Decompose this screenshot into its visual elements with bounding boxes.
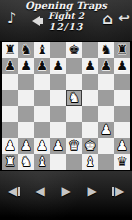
nav-triangle-glyph: ◀ [8,183,17,199]
square-a6[interactable] [2,74,18,90]
square-d2[interactable]: ♟ [50,138,66,154]
square-b1[interactable]: ♞ [18,154,34,170]
nav-step-back-button[interactable]: ◀ [32,183,49,199]
square-b2[interactable]: ♟ [18,138,34,154]
square-g8[interactable]: ♞ [98,42,114,58]
square-d7[interactable]: ♟ [50,58,66,74]
black-king[interactable]: ♚ [68,42,80,58]
square-c1[interactable]: ♝ [34,154,50,170]
white-bishop[interactable]: ♝ [84,154,96,170]
square-b7[interactable]: ♟ [18,58,34,74]
square-c3[interactable] [34,122,50,138]
square-h5[interactable] [114,90,130,106]
black-knight[interactable]: ♞ [20,42,32,58]
square-e1[interactable] [66,154,82,170]
square-f3[interactable] [82,122,98,138]
square-g1[interactable] [98,154,114,170]
square-c7[interactable]: ♟ [34,58,50,74]
square-c4[interactable] [34,106,50,122]
square-c5[interactable] [34,90,50,106]
nav-triangle-glyph: ▶ [87,183,96,199]
nav-triangle-glyph: ◀ [35,183,44,199]
square-d1[interactable] [50,154,66,170]
square-a5[interactable] [2,90,18,106]
square-d4[interactable] [50,106,66,122]
square-a7[interactable]: ♟ [2,58,18,74]
square-e4[interactable] [66,106,82,122]
chess-board: ♜♞♝♚♞♜♟♟♟♟♟♟♟♞♟♟♟♟♟♛♚♟♜♞♝♝♛ [0,41,132,171]
white-knight[interactable]: ♞ [20,154,32,170]
white-queen[interactable]: ♛ [68,138,80,154]
square-d6[interactable] [50,74,66,90]
black-rook[interactable]: ♜ [4,42,16,58]
black-pawn[interactable]: ♟ [20,58,32,74]
square-f8[interactable] [82,42,98,58]
square-e3[interactable] [66,122,82,138]
square-h6[interactable] [114,74,130,90]
black-pawn[interactable]: ♟ [4,58,16,74]
square-g4[interactable] [98,106,114,122]
black-rook[interactable]: ♜ [116,42,128,58]
square-a3[interactable] [2,122,18,138]
square-b4[interactable] [18,106,34,122]
nav-triangle-glyph: ▶ [61,183,70,199]
square-f7[interactable]: ♟ [82,58,98,74]
black-bishop[interactable]: ♝ [36,42,48,58]
square-g7[interactable]: ♟ [98,58,114,74]
white-pawn[interactable]: ♟ [52,138,64,154]
square-e7[interactable] [66,58,82,74]
square-f6[interactable] [82,74,98,90]
square-f1[interactable]: ♝ [82,154,98,170]
square-g3[interactable]: ♟ [98,122,114,138]
white-king[interactable]: ♚ [84,138,96,154]
white-pawn[interactable]: ♟ [116,138,128,154]
square-a8[interactable]: ♜ [2,42,18,58]
square-f5[interactable] [82,90,98,106]
nav-bar-glyph [112,187,114,196]
footer-bar: ◀◀▶▶▶ [0,171,132,220]
nav-bar-glyph [18,187,20,196]
black-pawn[interactable]: ♟ [36,58,48,74]
square-h2[interactable]: ♟ [114,138,130,154]
square-b5[interactable] [18,90,34,106]
square-f2[interactable]: ♚ [82,138,98,154]
square-d3[interactable] [50,122,66,138]
square-g6[interactable] [98,74,114,90]
square-e8[interactable]: ♚ [66,42,82,58]
nav-play-button[interactable]: ▶ [58,183,75,199]
square-h1[interactable]: ♛ [114,154,130,170]
white-pawn[interactable]: ♟ [100,122,112,138]
square-h7[interactable]: ♟ [114,58,130,74]
square-g5[interactable] [98,90,114,106]
white-pawn[interactable]: ♟ [36,138,48,154]
square-g2[interactable] [98,138,114,154]
square-c8[interactable]: ♝ [34,42,50,58]
square-b6[interactable] [18,74,34,90]
square-b3[interactable] [18,122,34,138]
square-f4[interactable] [82,106,98,122]
nav-skip-to-start-button[interactable]: ◀ [6,183,23,199]
back-icon[interactable]: ↩ [118,10,130,24]
black-queen[interactable]: ♛ [116,154,128,170]
square-h4[interactable] [114,106,130,122]
square-e6[interactable] [66,74,82,90]
square-d5[interactable] [50,90,66,106]
white-rook[interactable]: ♜ [4,154,16,170]
nav-skip-to-end-button[interactable]: ▶ [110,183,127,199]
home-icon[interactable]: ⌂ [102,10,113,28]
square-c2[interactable]: ♟ [34,138,50,154]
square-b8[interactable]: ♞ [18,42,34,58]
nav-step-forward-button[interactable]: ▶ [84,183,101,199]
square-d8[interactable] [50,42,66,58]
black-pawn[interactable]: ♟ [52,58,64,74]
square-a1[interactable]: ♜ [2,154,18,170]
white-pawn[interactable]: ♟ [4,138,16,154]
white-pawn[interactable]: ♟ [20,138,32,154]
nav-triangle-glyph: ▶ [115,183,124,199]
black-pawn[interactable]: ♟ [100,58,112,74]
black-knight[interactable]: ♞ [100,42,112,58]
header-bar: ♪ Opening Traps Fight 2 12/13 ⌂ ↩ [0,0,132,41]
black-pawn[interactable]: ♟ [84,58,96,74]
white-knight[interactable]: ♞ [68,90,80,106]
square-h8[interactable]: ♜ [114,42,130,58]
square-e2[interactable]: ♛ [66,138,82,154]
square-a2[interactable]: ♟ [2,138,18,154]
white-bishop[interactable]: ♝ [36,154,48,170]
square-h3[interactable] [114,122,130,138]
nav-controls: ◀◀▶▶▶ [6,183,127,199]
black-pawn[interactable]: ♟ [116,58,128,74]
square-c6[interactable] [34,74,50,90]
square-a4[interactable] [2,106,18,122]
square-e5[interactable]: ♞ [66,90,82,106]
